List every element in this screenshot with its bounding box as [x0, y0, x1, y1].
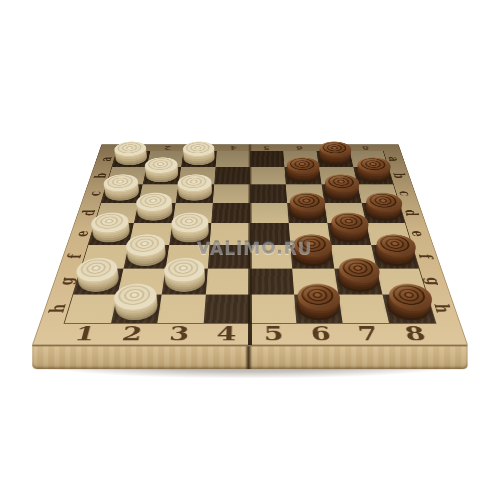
- square-a1[interactable]: [112, 151, 150, 167]
- square-c1[interactable]: [101, 184, 142, 203]
- square-h7[interactable]: [338, 295, 389, 324]
- square-h4[interactable]: [204, 295, 250, 324]
- product-photo: 12345678 abcdefgh abcdefgh 12345678 VALI…: [0, 0, 500, 500]
- square-c2[interactable]: [138, 184, 178, 203]
- square-h2[interactable]: [111, 295, 162, 324]
- labels-far-5: 5: [250, 144, 283, 151]
- labels-far-8: 8: [348, 144, 383, 151]
- square-c8[interactable]: [357, 184, 398, 203]
- square-c6[interactable]: [286, 184, 325, 203]
- fold-seam-front: [245, 346, 252, 369]
- square-b1[interactable]: [107, 167, 147, 184]
- square-h8[interactable]: [382, 295, 435, 324]
- square-c3[interactable]: [176, 184, 215, 203]
- labels-near-8: 8: [389, 323, 442, 345]
- square-c5[interactable]: [250, 184, 287, 203]
- square-b2[interactable]: [143, 167, 181, 184]
- square-d8[interactable]: [362, 203, 405, 223]
- square-d6[interactable]: [287, 203, 327, 223]
- square-e7[interactable]: [327, 223, 371, 245]
- watermark: VALIMO.RU: [197, 238, 313, 258]
- square-e2[interactable]: [129, 223, 173, 245]
- square-e1[interactable]: [89, 223, 134, 245]
- labels-far-3: 3: [184, 144, 218, 151]
- labels-near-2: 2: [106, 323, 157, 345]
- labels-far-6: 6: [283, 144, 317, 151]
- square-f1[interactable]: [81, 245, 129, 269]
- square-g2[interactable]: [118, 269, 166, 295]
- square-h5[interactable]: [250, 295, 296, 324]
- labels-near-3: 3: [154, 323, 204, 345]
- square-g8[interactable]: [377, 269, 427, 295]
- labels-near-1: 1: [58, 323, 111, 345]
- square-g1[interactable]: [73, 269, 123, 295]
- square-b6[interactable]: [284, 167, 321, 184]
- labels-near-7: 7: [343, 323, 394, 345]
- square-e8[interactable]: [366, 223, 411, 245]
- square-h3[interactable]: [157, 295, 205, 324]
- board-front-edge: [32, 344, 468, 369]
- square-a5[interactable]: [250, 151, 284, 167]
- square-a3[interactable]: [181, 151, 217, 167]
- labels-far-7: 7: [315, 144, 349, 151]
- labels-near-5: 5: [250, 323, 298, 345]
- square-c4[interactable]: [213, 184, 250, 203]
- labels-near-6: 6: [296, 323, 346, 345]
- square-g4[interactable]: [206, 269, 250, 295]
- square-a4[interactable]: [216, 151, 250, 167]
- square-f7[interactable]: [331, 245, 377, 269]
- square-d3[interactable]: [173, 203, 213, 223]
- square-d5[interactable]: [250, 203, 289, 223]
- square-a8[interactable]: [350, 151, 388, 167]
- square-h6[interactable]: [294, 295, 342, 324]
- square-f8[interactable]: [371, 245, 419, 269]
- square-a6[interactable]: [283, 151, 319, 167]
- square-g3[interactable]: [162, 269, 208, 295]
- square-d7[interactable]: [324, 203, 366, 223]
- labels-far-1: 1: [117, 144, 152, 151]
- square-h1[interactable]: [65, 295, 118, 324]
- square-c7[interactable]: [322, 184, 362, 203]
- square-d2[interactable]: [134, 203, 176, 223]
- square-g6[interactable]: [292, 269, 338, 295]
- square-d1[interactable]: [95, 203, 138, 223]
- square-b3[interactable]: [178, 167, 215, 184]
- square-b8[interactable]: [353, 167, 393, 184]
- labels-far-2: 2: [150, 144, 184, 151]
- labels-far-4: 4: [217, 144, 250, 151]
- square-d4[interactable]: [211, 203, 250, 223]
- square-f2[interactable]: [123, 245, 169, 269]
- labels-near-4: 4: [202, 323, 250, 345]
- square-g7[interactable]: [334, 269, 382, 295]
- square-b4[interactable]: [214, 167, 250, 184]
- square-a2[interactable]: [147, 151, 184, 167]
- square-b7[interactable]: [319, 167, 357, 184]
- square-a7[interactable]: [316, 151, 353, 167]
- square-g5[interactable]: [250, 269, 294, 295]
- square-b5[interactable]: [250, 167, 286, 184]
